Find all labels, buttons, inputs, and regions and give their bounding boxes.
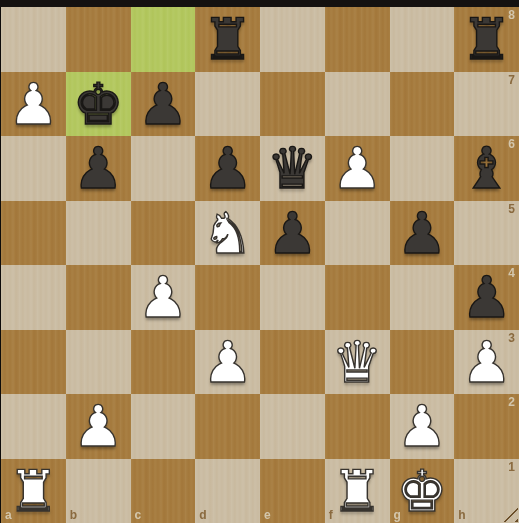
square-f6[interactable]: ♟ bbox=[325, 136, 390, 201]
piece-white-king[interactable]: ♚ bbox=[396, 459, 447, 523]
square-f4[interactable] bbox=[325, 265, 390, 330]
square-c5[interactable] bbox=[131, 201, 196, 266]
piece-black-rook[interactable]: ♜ bbox=[461, 7, 512, 71]
coord-rank-7: 7 bbox=[508, 73, 515, 87]
square-e7[interactable] bbox=[260, 72, 325, 137]
square-b7[interactable]: ♚ bbox=[66, 72, 131, 137]
chess-board: ♜♜8♟♚♟7♟♟♛♟♝6♞♟♟5♟♟4♟♛♟3♟♟2♜abcde♜f♚g1h bbox=[0, 7, 519, 523]
square-h2[interactable]: 2 bbox=[454, 394, 519, 459]
square-c4[interactable]: ♟ bbox=[131, 265, 196, 330]
piece-white-pawn[interactable]: ♟ bbox=[461, 330, 512, 394]
piece-black-queen[interactable]: ♛ bbox=[267, 136, 318, 200]
square-e4[interactable] bbox=[260, 265, 325, 330]
piece-black-king[interactable]: ♚ bbox=[73, 72, 124, 136]
square-b6[interactable]: ♟ bbox=[66, 136, 131, 201]
piece-white-pawn[interactable]: ♟ bbox=[332, 136, 383, 200]
coord-rank-2: 2 bbox=[508, 395, 515, 409]
piece-white-pawn[interactable]: ♟ bbox=[73, 394, 124, 458]
square-e1[interactable]: e bbox=[260, 459, 325, 523]
square-a6[interactable] bbox=[1, 136, 66, 201]
square-a4[interactable] bbox=[1, 265, 66, 330]
square-c7[interactable]: ♟ bbox=[131, 72, 196, 137]
square-a7[interactable]: ♟ bbox=[1, 72, 66, 137]
square-f2[interactable] bbox=[325, 394, 390, 459]
square-e5[interactable]: ♟ bbox=[260, 201, 325, 266]
square-f5[interactable] bbox=[325, 201, 390, 266]
square-f7[interactable] bbox=[325, 72, 390, 137]
square-a5[interactable] bbox=[1, 201, 66, 266]
square-d7[interactable] bbox=[195, 72, 260, 137]
piece-black-pawn[interactable]: ♟ bbox=[137, 72, 188, 136]
piece-black-pawn[interactable]: ♟ bbox=[461, 265, 512, 329]
top-bar bbox=[0, 0, 519, 7]
square-a8[interactable] bbox=[1, 7, 66, 72]
square-a1[interactable]: ♜a bbox=[1, 459, 66, 523]
square-g8[interactable] bbox=[390, 7, 455, 72]
square-b2[interactable]: ♟ bbox=[66, 394, 131, 459]
piece-white-pawn[interactable]: ♟ bbox=[396, 394, 447, 458]
square-d5[interactable]: ♞ bbox=[195, 201, 260, 266]
square-c3[interactable] bbox=[131, 330, 196, 395]
piece-white-rook[interactable]: ♜ bbox=[8, 459, 59, 523]
piece-black-pawn[interactable]: ♟ bbox=[202, 136, 253, 200]
square-c2[interactable] bbox=[131, 394, 196, 459]
piece-white-queen[interactable]: ♛ bbox=[332, 330, 383, 394]
square-g1[interactable]: ♚g bbox=[390, 459, 455, 523]
square-c6[interactable] bbox=[131, 136, 196, 201]
board-resize-handle[interactable] bbox=[503, 507, 518, 522]
square-h3[interactable]: ♟3 bbox=[454, 330, 519, 395]
square-b8[interactable] bbox=[66, 7, 131, 72]
coord-file-e: e bbox=[264, 508, 271, 522]
coord-file-h: h bbox=[458, 508, 465, 522]
square-g6[interactable] bbox=[390, 136, 455, 201]
piece-black-rook[interactable]: ♜ bbox=[202, 7, 253, 71]
square-c8[interactable] bbox=[131, 7, 196, 72]
square-g3[interactable] bbox=[390, 330, 455, 395]
square-d4[interactable] bbox=[195, 265, 260, 330]
square-e3[interactable] bbox=[260, 330, 325, 395]
square-c1[interactable]: c bbox=[131, 459, 196, 523]
square-h5[interactable]: 5 bbox=[454, 201, 519, 266]
piece-white-pawn[interactable]: ♟ bbox=[8, 72, 59, 136]
square-d6[interactable]: ♟ bbox=[195, 136, 260, 201]
square-b3[interactable] bbox=[66, 330, 131, 395]
coord-file-c: c bbox=[135, 508, 142, 522]
square-h7[interactable]: 7 bbox=[454, 72, 519, 137]
piece-white-knight[interactable]: ♞ bbox=[202, 201, 253, 265]
square-b1[interactable]: b bbox=[66, 459, 131, 523]
square-b5[interactable] bbox=[66, 201, 131, 266]
square-h6[interactable]: ♝6 bbox=[454, 136, 519, 201]
square-d1[interactable]: d bbox=[195, 459, 260, 523]
square-a3[interactable] bbox=[1, 330, 66, 395]
square-f8[interactable] bbox=[325, 7, 390, 72]
square-e2[interactable] bbox=[260, 394, 325, 459]
piece-black-pawn[interactable]: ♟ bbox=[73, 136, 124, 200]
square-h8[interactable]: ♜8 bbox=[454, 7, 519, 72]
piece-white-pawn[interactable]: ♟ bbox=[137, 265, 188, 329]
piece-black-pawn[interactable]: ♟ bbox=[396, 201, 447, 265]
piece-white-rook[interactable]: ♜ bbox=[332, 459, 383, 523]
piece-black-pawn[interactable]: ♟ bbox=[267, 201, 318, 265]
piece-white-pawn[interactable]: ♟ bbox=[202, 330, 253, 394]
coord-rank-1: 1 bbox=[508, 460, 515, 474]
coord-file-b: b bbox=[70, 508, 77, 522]
square-g7[interactable] bbox=[390, 72, 455, 137]
square-h1[interactable]: 1h bbox=[454, 459, 519, 523]
square-a2[interactable] bbox=[1, 394, 66, 459]
square-f1[interactable]: ♜f bbox=[325, 459, 390, 523]
coord-rank-5: 5 bbox=[508, 202, 515, 216]
square-e6[interactable]: ♛ bbox=[260, 136, 325, 201]
square-f3[interactable]: ♛ bbox=[325, 330, 390, 395]
square-d8[interactable]: ♜ bbox=[195, 7, 260, 72]
square-e8[interactable] bbox=[260, 7, 325, 72]
square-g4[interactable] bbox=[390, 265, 455, 330]
square-g2[interactable]: ♟ bbox=[390, 394, 455, 459]
square-h4[interactable]: ♟4 bbox=[454, 265, 519, 330]
square-d3[interactable]: ♟ bbox=[195, 330, 260, 395]
square-g5[interactable]: ♟ bbox=[390, 201, 455, 266]
square-b4[interactable] bbox=[66, 265, 131, 330]
square-d2[interactable] bbox=[195, 394, 260, 459]
piece-black-bishop[interactable]: ♝ bbox=[461, 136, 512, 200]
coord-file-d: d bbox=[199, 508, 206, 522]
